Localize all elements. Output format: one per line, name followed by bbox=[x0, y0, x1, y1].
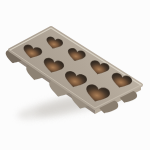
mold-product-photo bbox=[0, 0, 150, 150]
photo-canvas bbox=[0, 0, 150, 150]
